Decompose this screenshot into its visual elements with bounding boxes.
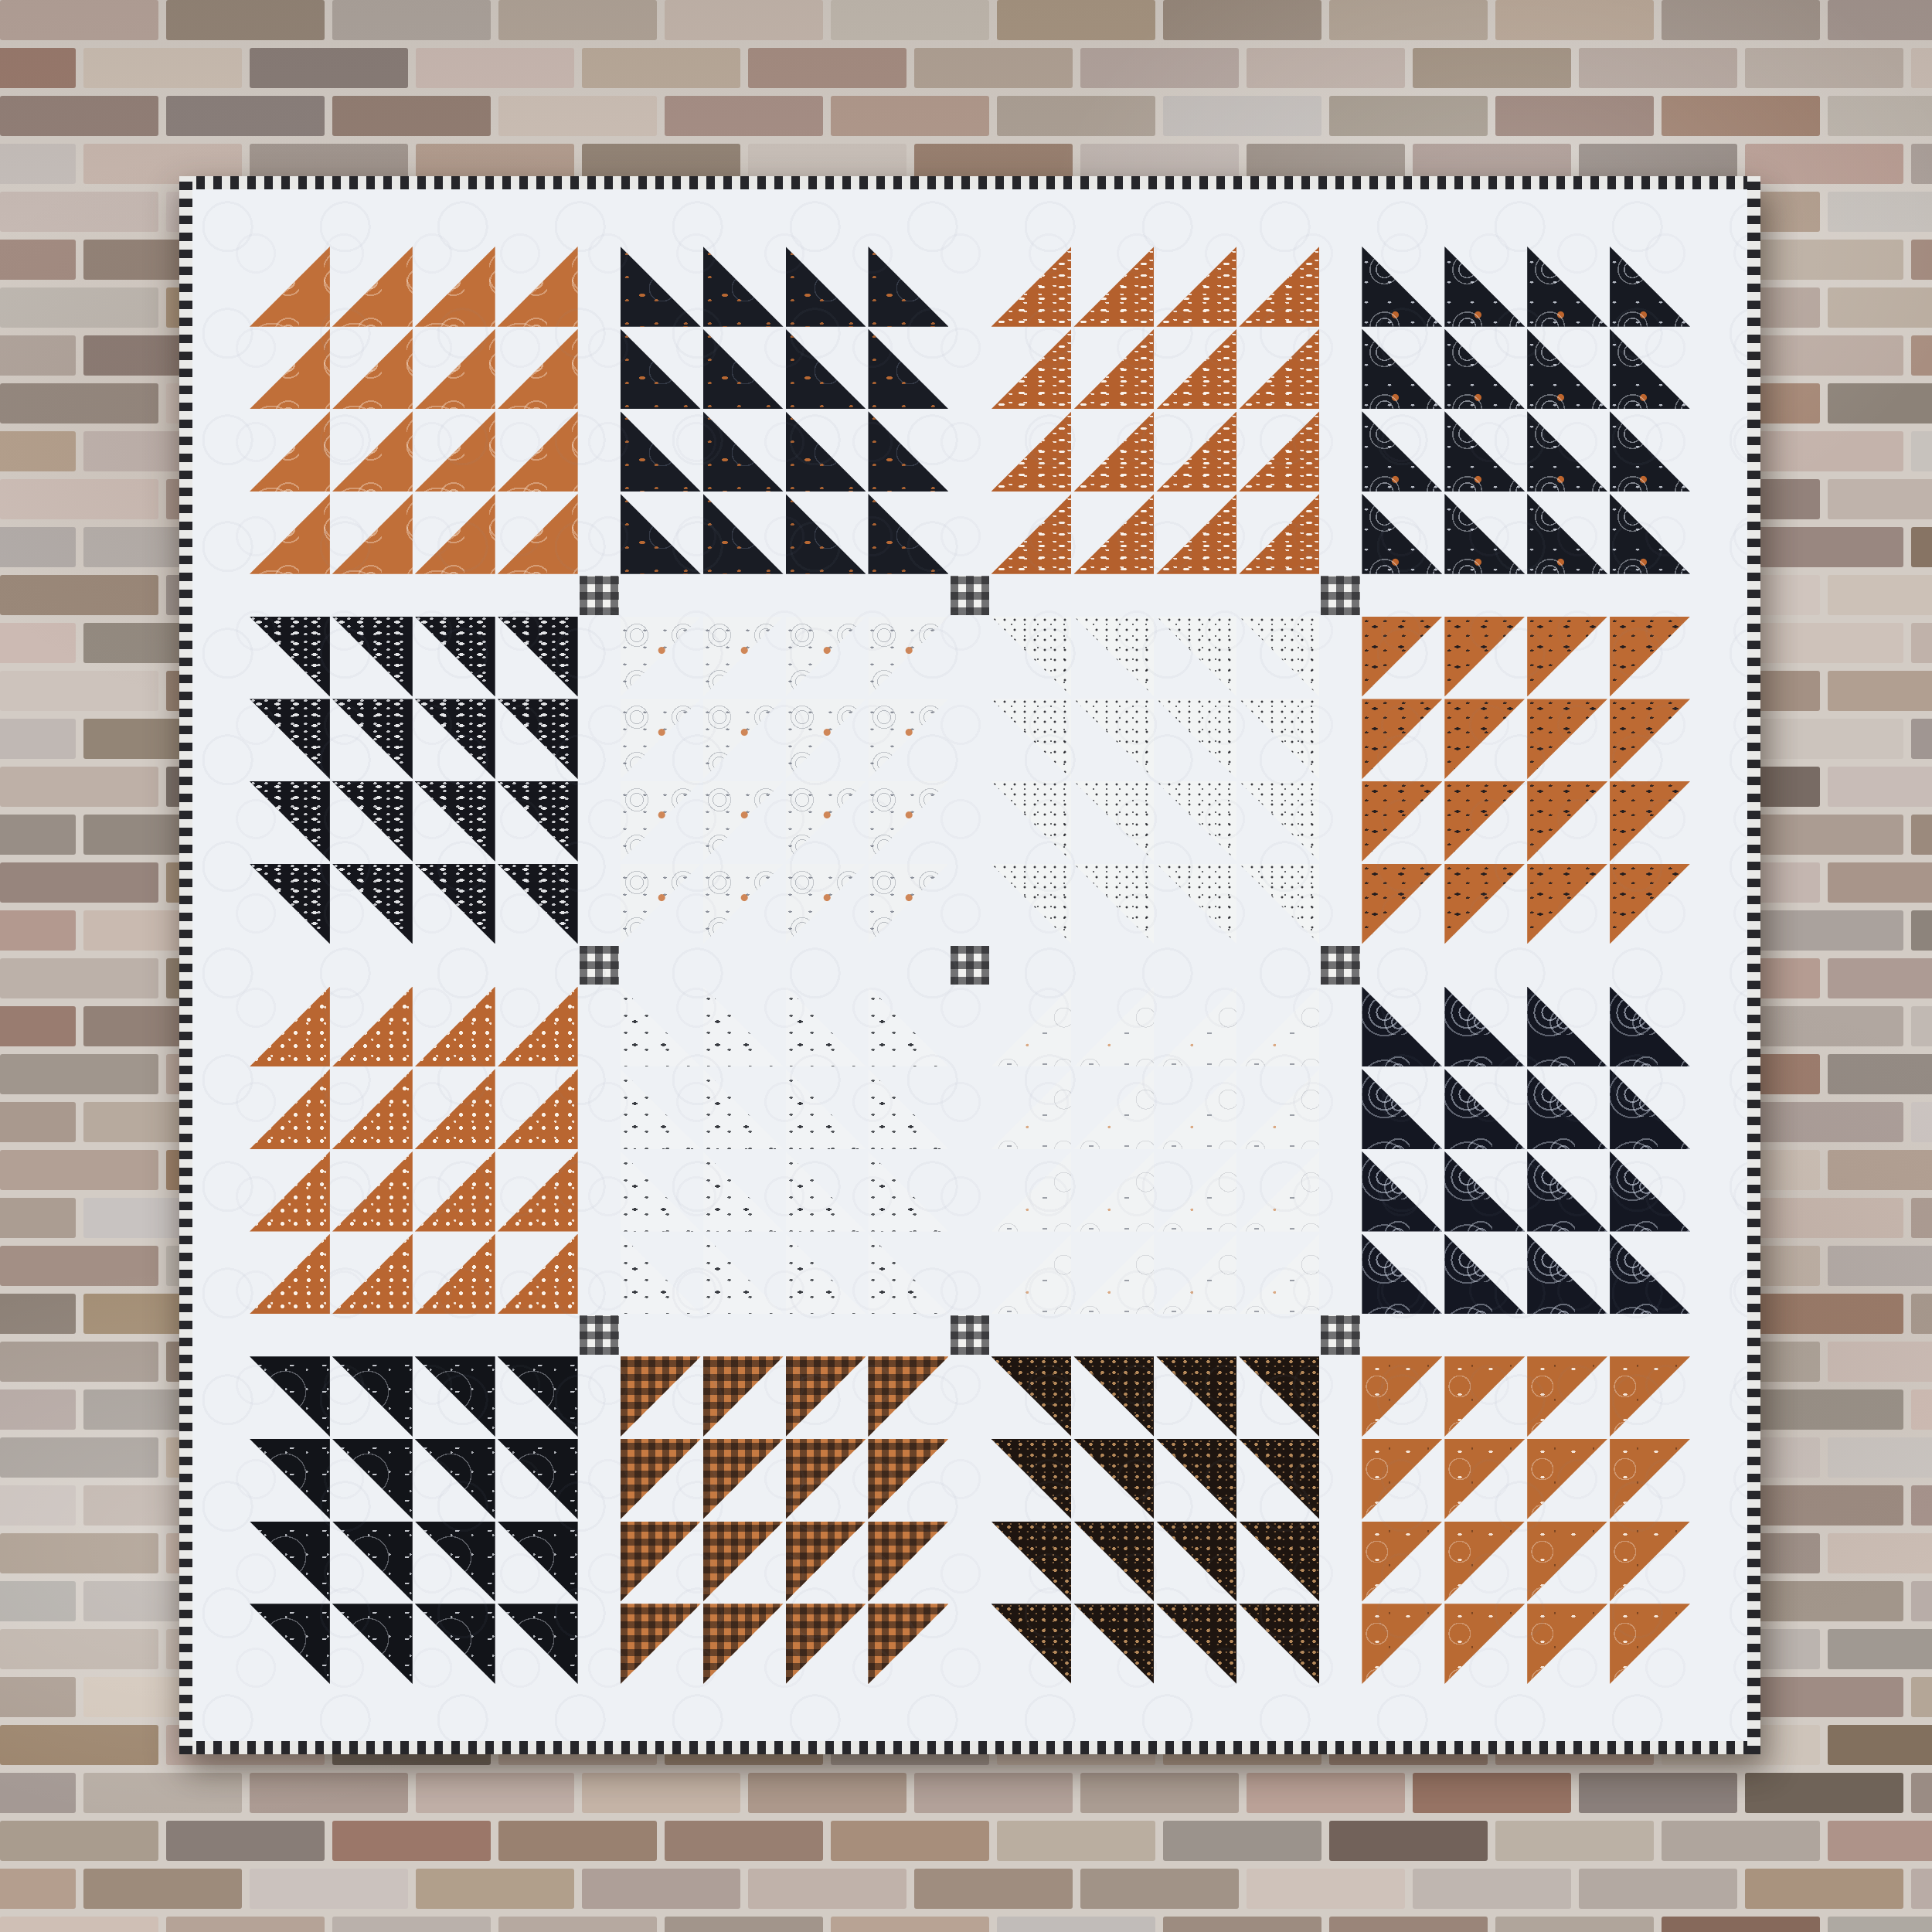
print-triangle-bottom-right (332, 1151, 413, 1232)
hst-unit (868, 617, 948, 697)
print-triangle-top-left (868, 1604, 948, 1684)
hst-unit (992, 247, 1072, 327)
hst-unit (868, 1069, 948, 1149)
print-triangle-bottom-left (1527, 329, 1607, 410)
print-triangle-bottom-right (992, 1151, 1072, 1232)
print-triangle-top-right (1156, 699, 1236, 779)
print-triangle-top-right (332, 1356, 413, 1437)
hst-unit (1156, 1151, 1236, 1232)
white-sashing (948, 247, 991, 574)
print-triangle-bottom-right (1073, 1234, 1154, 1315)
print-triangle-bottom-right (992, 1069, 1072, 1149)
print-triangle-bottom-left (621, 411, 701, 492)
hst-unit (621, 617, 701, 697)
brick (748, 1869, 906, 1909)
print-triangle-top-left (1444, 1439, 1525, 1519)
print-triangle-top-right (1239, 781, 1319, 862)
hst-unit (868, 1234, 948, 1315)
print-triangle-top-left (621, 1356, 701, 1437)
hst-unit (415, 617, 495, 697)
print-triangle-top-left (703, 699, 784, 779)
hst-unit (498, 494, 578, 574)
print-triangle-bottom-right (332, 1234, 413, 1315)
brick (1163, 0, 1321, 40)
print-triangle-bottom-right (1239, 987, 1319, 1067)
print-triangle-bottom-right (250, 329, 330, 410)
hst-unit (1073, 1439, 1154, 1519)
print-triangle-top-right (332, 1604, 413, 1684)
hst-unit (1239, 411, 1319, 492)
brick (1828, 671, 1932, 711)
print-triangle-top-right (498, 1439, 578, 1519)
hst-unit (786, 329, 866, 410)
hst-unit (415, 1069, 495, 1149)
brick (1828, 1725, 1932, 1765)
print-triangle-bottom-right (1239, 411, 1319, 492)
hst-unit (621, 1234, 701, 1315)
hst-unit (415, 247, 495, 327)
brick (1911, 623, 1932, 663)
print-triangle-bottom-right (1073, 987, 1154, 1067)
print-triangle-bottom-right (1156, 1069, 1236, 1149)
brick (0, 1533, 158, 1573)
hst-unit (250, 1069, 330, 1149)
hst-unit (332, 781, 413, 862)
gingham-cornerstone (580, 1315, 619, 1355)
print-triangle-top-right (992, 781, 1072, 862)
hst-unit (1239, 329, 1319, 410)
brick (1662, 1821, 1820, 1861)
brick (0, 910, 76, 951)
brick (1828, 96, 1932, 136)
print-triangle-top-right (498, 781, 578, 862)
hst-unit (498, 864, 578, 944)
hst-unit (1073, 617, 1154, 697)
print-triangle-top-right (1239, 1356, 1319, 1437)
brick (0, 767, 158, 807)
hst-unit (1362, 987, 1442, 1067)
print-triangle-top-right (1156, 781, 1236, 862)
print-triangle-top-right (992, 617, 1072, 697)
print-triangle-top-right (498, 1604, 578, 1684)
white-sashing (1319, 247, 1362, 574)
print-triangle-top-left (1527, 617, 1607, 697)
brick (1080, 1773, 1239, 1813)
quilt-block-r3c4-black-webs (1362, 987, 1690, 1315)
print-triangle-top-right (1156, 1439, 1236, 1519)
print-triangle-bottom-left (1444, 987, 1525, 1067)
hst-unit (1527, 987, 1607, 1067)
hst-unit (1239, 1151, 1319, 1232)
brick (0, 719, 76, 759)
hst-unit (621, 864, 701, 944)
white-sashing (948, 987, 991, 1315)
print-triangle-bottom-right (250, 411, 330, 492)
hst-unit (250, 617, 330, 697)
quilt-block-r3c2-white-bats (621, 987, 949, 1315)
print-triangle-top-left (1527, 1439, 1607, 1519)
print-triangle-bottom-left (621, 494, 701, 574)
brick (498, 1917, 657, 1932)
hst-unit (1362, 1439, 1442, 1519)
hst-unit (1610, 1522, 1690, 1602)
print-triangle-top-left (1610, 617, 1690, 697)
print-triangle-top-left (1362, 781, 1442, 862)
print-triangle-bottom-right (498, 987, 578, 1067)
brick (582, 1773, 740, 1813)
hst-unit (1362, 1356, 1442, 1437)
print-triangle-bottom-left (1444, 494, 1525, 574)
hst-unit (621, 494, 701, 574)
print-triangle-bottom-right (1073, 494, 1154, 574)
print-triangle-bottom-left (1444, 1069, 1525, 1149)
white-sashing (948, 617, 991, 944)
brick (1911, 431, 1932, 471)
print-triangle-bottom-right (498, 1234, 578, 1315)
brick (1745, 1485, 1903, 1526)
print-triangle-bottom-right (1156, 1234, 1236, 1315)
print-triangle-top-right (1239, 864, 1319, 944)
hst-unit (1156, 617, 1236, 697)
hst-unit (250, 987, 330, 1067)
brick (0, 1773, 76, 1813)
print-triangle-bottom-left (1610, 1069, 1690, 1149)
print-triangle-top-right (498, 1522, 578, 1602)
print-triangle-bottom-right (1073, 329, 1154, 410)
block-grid (250, 247, 1690, 1684)
brick (1828, 1629, 1932, 1669)
hst-unit (868, 1151, 948, 1232)
hst-unit (1610, 1069, 1690, 1149)
print-triangle-bottom-right (1239, 1234, 1319, 1315)
brick (0, 575, 158, 615)
brick (0, 1725, 158, 1765)
print-triangle-top-left (868, 1356, 948, 1437)
hst-unit (1362, 1069, 1442, 1149)
print-triangle-top-left (1610, 1604, 1690, 1684)
hst-unit (992, 1069, 1072, 1149)
hst-unit (1362, 617, 1442, 697)
hst-unit (498, 1151, 578, 1232)
brick (582, 48, 740, 88)
hst-unit (1073, 1522, 1154, 1602)
print-triangle-top-right (992, 699, 1072, 779)
hst-unit (703, 1604, 784, 1684)
hst-unit (1610, 1151, 1690, 1232)
print-triangle-bottom-left (1362, 1069, 1442, 1149)
brick (83, 48, 242, 88)
hst-unit (1156, 1069, 1236, 1149)
hst-unit (1527, 864, 1607, 944)
hst-unit (992, 781, 1072, 862)
hst-unit (1527, 247, 1607, 327)
brick (1662, 96, 1820, 136)
brick (831, 1917, 989, 1932)
brick (1662, 0, 1820, 40)
print-triangle-bottom-left (703, 247, 784, 327)
print-triangle-bottom-left (621, 1234, 701, 1315)
hst-unit (621, 1604, 701, 1684)
hst-unit (1156, 411, 1236, 492)
hst-unit (498, 1069, 578, 1149)
print-triangle-bottom-right (1239, 1069, 1319, 1149)
brick (0, 671, 158, 711)
hst-unit (332, 864, 413, 944)
print-triangle-bottom-left (786, 1234, 866, 1315)
hst-unit (786, 1234, 866, 1315)
hst-unit (332, 1356, 413, 1437)
brick (1828, 0, 1932, 40)
brick (1911, 240, 1932, 280)
print-triangle-top-right (992, 1522, 1072, 1602)
hst-unit (498, 1439, 578, 1519)
gingham-cornerstone (1321, 1315, 1360, 1355)
hst-unit (1156, 1522, 1236, 1602)
brick (1911, 1102, 1932, 1142)
hst-unit (332, 987, 413, 1067)
print-triangle-top-left (1610, 1439, 1690, 1519)
print-triangle-top-left (621, 617, 701, 697)
hst-unit (703, 494, 784, 574)
gingham-cornerstone (951, 1315, 990, 1355)
print-triangle-bottom-left (1362, 411, 1442, 492)
print-triangle-bottom-left (1610, 494, 1690, 574)
print-triangle-top-left (1362, 1439, 1442, 1519)
quilt-block-r2c1-black-words (250, 617, 578, 944)
hst-unit (250, 699, 330, 779)
print-triangle-top-left (1362, 1604, 1442, 1684)
hst-unit (621, 987, 701, 1067)
brick (1745, 527, 1903, 567)
brick (416, 48, 574, 88)
hst-unit (868, 781, 948, 862)
print-triangle-bottom-left (786, 1151, 866, 1232)
print-triangle-top-left (1527, 699, 1607, 779)
hst-unit (1527, 1069, 1607, 1149)
brick (1329, 0, 1488, 40)
print-triangle-bottom-right (250, 987, 330, 1067)
hst-unit (1073, 329, 1154, 410)
hst-unit (1610, 1439, 1690, 1519)
print-triangle-bottom-right (332, 329, 413, 410)
hst-unit (621, 1151, 701, 1232)
print-triangle-bottom-left (1527, 411, 1607, 492)
hst-unit (1362, 864, 1442, 944)
hst-unit (498, 247, 578, 327)
print-triangle-top-right (1156, 1522, 1236, 1602)
print-triangle-top-right (992, 864, 1072, 944)
hst-unit (992, 494, 1072, 574)
print-triangle-top-left (703, 781, 784, 862)
hst-unit (1444, 781, 1525, 862)
print-triangle-bottom-left (1362, 247, 1442, 327)
brick (0, 1437, 158, 1478)
print-triangle-bottom-left (1444, 329, 1525, 410)
brick (1745, 1294, 1903, 1334)
print-triangle-top-right (332, 1522, 413, 1602)
hst-unit (786, 699, 866, 779)
print-triangle-bottom-left (703, 1151, 784, 1232)
brick (1745, 623, 1903, 663)
print-triangle-top-left (1527, 1604, 1607, 1684)
brick (1163, 1821, 1321, 1861)
hst-unit (1073, 1151, 1154, 1232)
hst-unit (415, 864, 495, 944)
print-triangle-top-left (1444, 781, 1525, 862)
brick (1163, 1917, 1321, 1932)
hst-unit (1073, 781, 1154, 862)
hst-unit (992, 411, 1072, 492)
white-sashing (1319, 617, 1362, 944)
brick (250, 1773, 408, 1813)
brick (1413, 1773, 1571, 1813)
brick (997, 1821, 1155, 1861)
hst-unit (621, 1356, 701, 1437)
print-triangle-top-right (415, 1522, 495, 1602)
print-triangle-top-left (1610, 1522, 1690, 1602)
hst-unit (250, 494, 330, 574)
print-triangle-top-right (250, 617, 330, 697)
print-triangle-top-right (250, 1439, 330, 1519)
brick (1828, 1054, 1932, 1094)
brick (332, 1917, 491, 1932)
hst-unit (498, 411, 578, 492)
brick (0, 192, 158, 232)
print-triangle-bottom-left (1444, 247, 1525, 327)
brick (250, 48, 408, 88)
hst-unit (1527, 699, 1607, 779)
print-triangle-top-left (786, 1522, 866, 1602)
hst-unit (1610, 1234, 1690, 1315)
brick (1911, 1294, 1932, 1334)
binding-top (179, 176, 1760, 189)
print-triangle-top-right (992, 1356, 1072, 1437)
brick (0, 1294, 76, 1334)
print-triangle-bottom-right (1156, 494, 1236, 574)
brick (1911, 48, 1932, 88)
hst-unit (868, 1522, 948, 1602)
print-triangle-bottom-right (1073, 247, 1154, 327)
hst-unit (786, 987, 866, 1067)
brick (0, 1198, 76, 1238)
hst-unit (786, 1069, 866, 1149)
hst-unit (415, 1151, 495, 1232)
print-triangle-top-left (868, 1522, 948, 1602)
hst-unit (498, 1356, 578, 1437)
brick (498, 0, 657, 40)
white-sashing (992, 574, 1320, 617)
brick (0, 1342, 158, 1382)
print-triangle-bottom-left (1610, 329, 1690, 410)
print-triangle-bottom-left (868, 987, 948, 1067)
hst-unit (703, 699, 784, 779)
brick (914, 1773, 1073, 1813)
hst-unit (1362, 1234, 1442, 1315)
brick (1911, 1389, 1932, 1430)
brick (1329, 1917, 1488, 1932)
print-triangle-top-left (1527, 864, 1607, 944)
hst-unit (1610, 987, 1690, 1067)
print-triangle-top-right (1073, 864, 1154, 944)
print-triangle-bottom-left (1527, 1234, 1607, 1315)
brick (498, 1821, 657, 1861)
print-triangle-top-left (868, 781, 948, 862)
print-triangle-bottom-right (1156, 329, 1236, 410)
brick (1828, 479, 1932, 519)
print-triangle-bottom-right (498, 329, 578, 410)
hst-unit (992, 329, 1072, 410)
hst-unit (1362, 1151, 1442, 1232)
brick (1745, 1869, 1903, 1909)
brick (166, 0, 325, 40)
print-triangle-top-left (1362, 617, 1442, 697)
hst-unit (250, 1604, 330, 1684)
hst-unit (1362, 699, 1442, 779)
quilt-block-r1c3-orange-words (992, 247, 1320, 574)
hst-unit (1239, 987, 1319, 1067)
print-triangle-bottom-left (786, 1069, 866, 1149)
brick (0, 0, 158, 40)
hst-unit (703, 329, 784, 410)
hst-unit (1362, 781, 1442, 862)
hst-unit (1527, 1604, 1607, 1684)
hst-unit (1610, 494, 1690, 574)
brick (83, 1869, 242, 1909)
hst-unit (332, 1151, 413, 1232)
white-sashing (250, 1314, 578, 1356)
brick (0, 240, 76, 280)
print-triangle-top-right (1156, 1356, 1236, 1437)
hst-unit (868, 864, 948, 944)
brick (997, 96, 1155, 136)
hst-unit (703, 987, 784, 1067)
brick (1911, 1006, 1932, 1046)
print-triangle-top-right (250, 1604, 330, 1684)
print-triangle-bottom-left (786, 987, 866, 1067)
hst-unit (1156, 329, 1236, 410)
hst-unit (1610, 1356, 1690, 1437)
hst-unit (703, 864, 784, 944)
brick (1911, 1581, 1932, 1621)
print-triangle-bottom-left (868, 411, 948, 492)
quilt-block-r3c1-orange-dots (250, 987, 578, 1315)
brick (1495, 1821, 1654, 1861)
gingham-cornerstone (580, 946, 619, 985)
hst-unit (1444, 1151, 1525, 1232)
print-triangle-top-left (868, 864, 948, 944)
hst-unit (1239, 864, 1319, 944)
print-triangle-top-right (992, 1439, 1072, 1519)
print-triangle-bottom-left (786, 247, 866, 327)
hst-unit (1444, 1439, 1525, 1519)
print-triangle-bottom-right (992, 329, 1072, 410)
print-triangle-bottom-right (250, 1069, 330, 1149)
print-triangle-bottom-left (1610, 1234, 1690, 1315)
white-sashing (621, 574, 949, 617)
print-triangle-bottom-right (250, 494, 330, 574)
hst-unit (1610, 781, 1690, 862)
white-sashing (992, 944, 1320, 986)
brick (1745, 1006, 1903, 1046)
print-triangle-bottom-left (1527, 247, 1607, 327)
brick (1828, 1150, 1932, 1190)
hst-unit (992, 1522, 1072, 1602)
print-triangle-top-right (1073, 699, 1154, 779)
print-triangle-bottom-right (992, 987, 1072, 1067)
print-triangle-top-right (415, 699, 495, 779)
print-triangle-bottom-left (1610, 1151, 1690, 1232)
brick (1745, 335, 1903, 376)
